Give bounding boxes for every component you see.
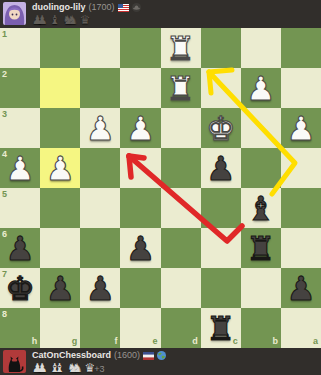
square-h2[interactable]: 2 — [0, 68, 40, 108]
square-a2[interactable] — [281, 68, 321, 108]
captured-pawn-x2: ♟♟ — [32, 15, 42, 26]
square-c3[interactable]: ♚ — [201, 108, 241, 148]
captured-knight-x2: ♞♞ — [67, 363, 77, 374]
square-a7[interactable]: ♟ — [281, 268, 321, 308]
square-g5[interactable] — [40, 188, 80, 228]
player-bar-bottom: CatOnChessboard (1600) — [0, 348, 321, 375]
square-c8[interactable]: ♜c — [201, 308, 241, 348]
square-c2[interactable] — [201, 68, 241, 108]
square-b2[interactable]: ♟ — [241, 68, 281, 108]
piece-white-pawn[interactable]: ♟ — [241, 68, 281, 108]
square-b3[interactable] — [241, 108, 281, 148]
square-d1[interactable]: ♜ — [161, 28, 201, 68]
square-g6[interactable] — [40, 228, 80, 268]
piece-white-pawn[interactable]: ♟ — [281, 108, 321, 148]
file-label-c: c — [233, 337, 238, 346]
square-d6[interactable] — [161, 228, 201, 268]
piece-black-pawn[interactable]: ♟ — [281, 268, 321, 308]
piece-white-pawn[interactable]: ♟ — [80, 108, 120, 148]
rank-label-1: 1 — [2, 30, 7, 39]
file-label-f: f — [114, 337, 117, 346]
avatar-top-image — [3, 2, 26, 25]
piece-white-rook[interactable]: ♜ — [161, 68, 201, 108]
piece-black-pawn[interactable]: ♟ — [80, 268, 120, 308]
rank-label-2: 2 — [2, 70, 7, 79]
file-label-b: b — [272, 337, 278, 346]
square-d5[interactable] — [161, 188, 201, 228]
square-a8[interactable]: a — [281, 308, 321, 348]
piece-white-pawn[interactable]: ♟ — [120, 108, 160, 148]
square-f8[interactable]: f — [80, 308, 120, 348]
square-e2[interactable] — [120, 68, 160, 108]
square-e6[interactable]: ♟ — [120, 228, 160, 268]
square-f5[interactable] — [80, 188, 120, 228]
player-rating-bottom: (1600) — [114, 351, 140, 360]
globe-icon — [157, 351, 166, 360]
piece-black-pawn[interactable]: ♟ — [40, 268, 80, 308]
square-c4[interactable]: ♟ — [201, 148, 241, 188]
square-b6[interactable]: ♜ — [241, 228, 281, 268]
square-a1[interactable] — [281, 28, 321, 68]
board-area: 1♜2♜♟3♟♟♚♟♟4♟♟5♝♟6♟♜♚7♟♟♟8hgfed♜cba — [0, 28, 321, 348]
square-b5[interactable]: ♝ — [241, 188, 281, 228]
file-label-h: h — [32, 337, 38, 346]
square-f3[interactable]: ♟ — [80, 108, 120, 148]
flag-icon — [143, 352, 154, 360]
file-label-e: e — [152, 337, 157, 346]
piece-white-pawn[interactable]: ♟ — [40, 148, 80, 188]
hat-icon — [132, 3, 141, 12]
file-label-g: g — [72, 337, 78, 346]
square-g1[interactable] — [40, 28, 80, 68]
us-flag-icon — [118, 4, 129, 12]
square-f7[interactable]: ♟ — [80, 268, 120, 308]
square-b8[interactable]: b — [241, 308, 281, 348]
square-a5[interactable] — [281, 188, 321, 228]
file-label-a: a — [313, 337, 318, 346]
square-g4[interactable]: ♟ — [40, 148, 80, 188]
piece-white-king[interactable]: ♚ — [201, 108, 241, 148]
square-b1[interactable] — [241, 28, 281, 68]
captured-pieces-top: ♟♟♝♞♞♛ — [32, 15, 141, 27]
rank-label-8: 8 — [2, 310, 7, 319]
square-e4[interactable] — [120, 148, 160, 188]
piece-white-rook[interactable]: ♜ — [161, 28, 201, 68]
piece-black-pawn[interactable]: ♟ — [120, 228, 160, 268]
piece-black-pawn[interactable]: ♟ — [201, 148, 241, 188]
square-g8[interactable]: g — [40, 308, 80, 348]
square-a6[interactable] — [281, 228, 321, 268]
square-h3[interactable]: 3 — [0, 108, 40, 148]
square-f1[interactable] — [80, 28, 120, 68]
player-bar-top: duolingo-lily (1700) — [0, 0, 321, 28]
avatar-bottom[interactable] — [3, 350, 26, 373]
rank-label-5: 5 — [2, 190, 7, 199]
square-c1[interactable] — [201, 28, 241, 68]
rank-label-7: 7 — [2, 270, 7, 279]
captured-queen-x1: ♛ — [85, 363, 90, 374]
captured-pieces-bottom: ♟♟♝♝♞♞♛ +3 — [32, 363, 166, 375]
captured-bishop-x1: ♝ — [50, 15, 55, 26]
piece-black-bishop[interactable]: ♝ — [241, 188, 281, 228]
rank-label-4: 4 — [2, 150, 7, 159]
square-e5[interactable] — [120, 188, 160, 228]
captured-bishop-x2: ♝♝ — [50, 363, 60, 374]
player-name-top[interactable]: duolingo-lily — [32, 3, 86, 12]
file-label-d: d — [192, 337, 198, 346]
rank-label-6: 6 — [2, 230, 7, 239]
player-name-bottom[interactable]: CatOnChessboard — [32, 351, 111, 360]
game-view: duolingo-lily (1700) — [0, 0, 321, 375]
square-h1[interactable]: 1 — [0, 28, 40, 68]
square-e7[interactable] — [120, 268, 160, 308]
square-h6[interactable]: ♟6 — [0, 228, 40, 268]
square-b7[interactable] — [241, 268, 281, 308]
square-e1[interactable] — [120, 28, 160, 68]
square-c7[interactable] — [201, 268, 241, 308]
square-g3[interactable] — [40, 108, 80, 148]
square-f6[interactable] — [80, 228, 120, 268]
square-a4[interactable] — [281, 148, 321, 188]
square-b4[interactable] — [241, 148, 281, 188]
square-e8[interactable]: e — [120, 308, 160, 348]
square-d8[interactable]: d — [161, 308, 201, 348]
player-rating-top: (1700) — [89, 3, 115, 12]
square-d3[interactable] — [161, 108, 201, 148]
square-a3[interactable]: ♟ — [281, 108, 321, 148]
square-f2[interactable] — [80, 68, 120, 108]
square-d4[interactable] — [161, 148, 201, 188]
square-h5[interactable]: 5 — [0, 188, 40, 228]
avatar-bottom-image — [3, 350, 26, 373]
piece-black-rook[interactable]: ♜ — [241, 228, 281, 268]
square-g2[interactable] — [40, 68, 80, 108]
square-h8[interactable]: 8h — [0, 308, 40, 348]
square-f4[interactable] — [80, 148, 120, 188]
captured-pawn-x2: ♟♟ — [32, 363, 42, 374]
square-c6[interactable] — [201, 228, 241, 268]
chess-board[interactable]: 1♜2♜♟3♟♟♚♟♟4♟♟5♝♟6♟♜♚7♟♟♟8hgfed♜cba — [0, 28, 321, 348]
square-g7[interactable]: ♟ — [40, 268, 80, 308]
material-score: +3 — [94, 365, 104, 374]
captured-queen-x1: ♛ — [80, 15, 85, 26]
square-e3[interactable]: ♟ — [120, 108, 160, 148]
captured-knight-x2: ♞♞ — [62, 15, 72, 26]
square-h7[interactable]: ♚7 — [0, 268, 40, 308]
square-h4[interactable]: ♟4 — [0, 148, 40, 188]
square-c5[interactable] — [201, 188, 241, 228]
avatar-top[interactable] — [3, 2, 26, 25]
square-d2[interactable]: ♜ — [161, 68, 201, 108]
square-d7[interactable] — [161, 268, 201, 308]
rank-label-3: 3 — [2, 110, 7, 119]
